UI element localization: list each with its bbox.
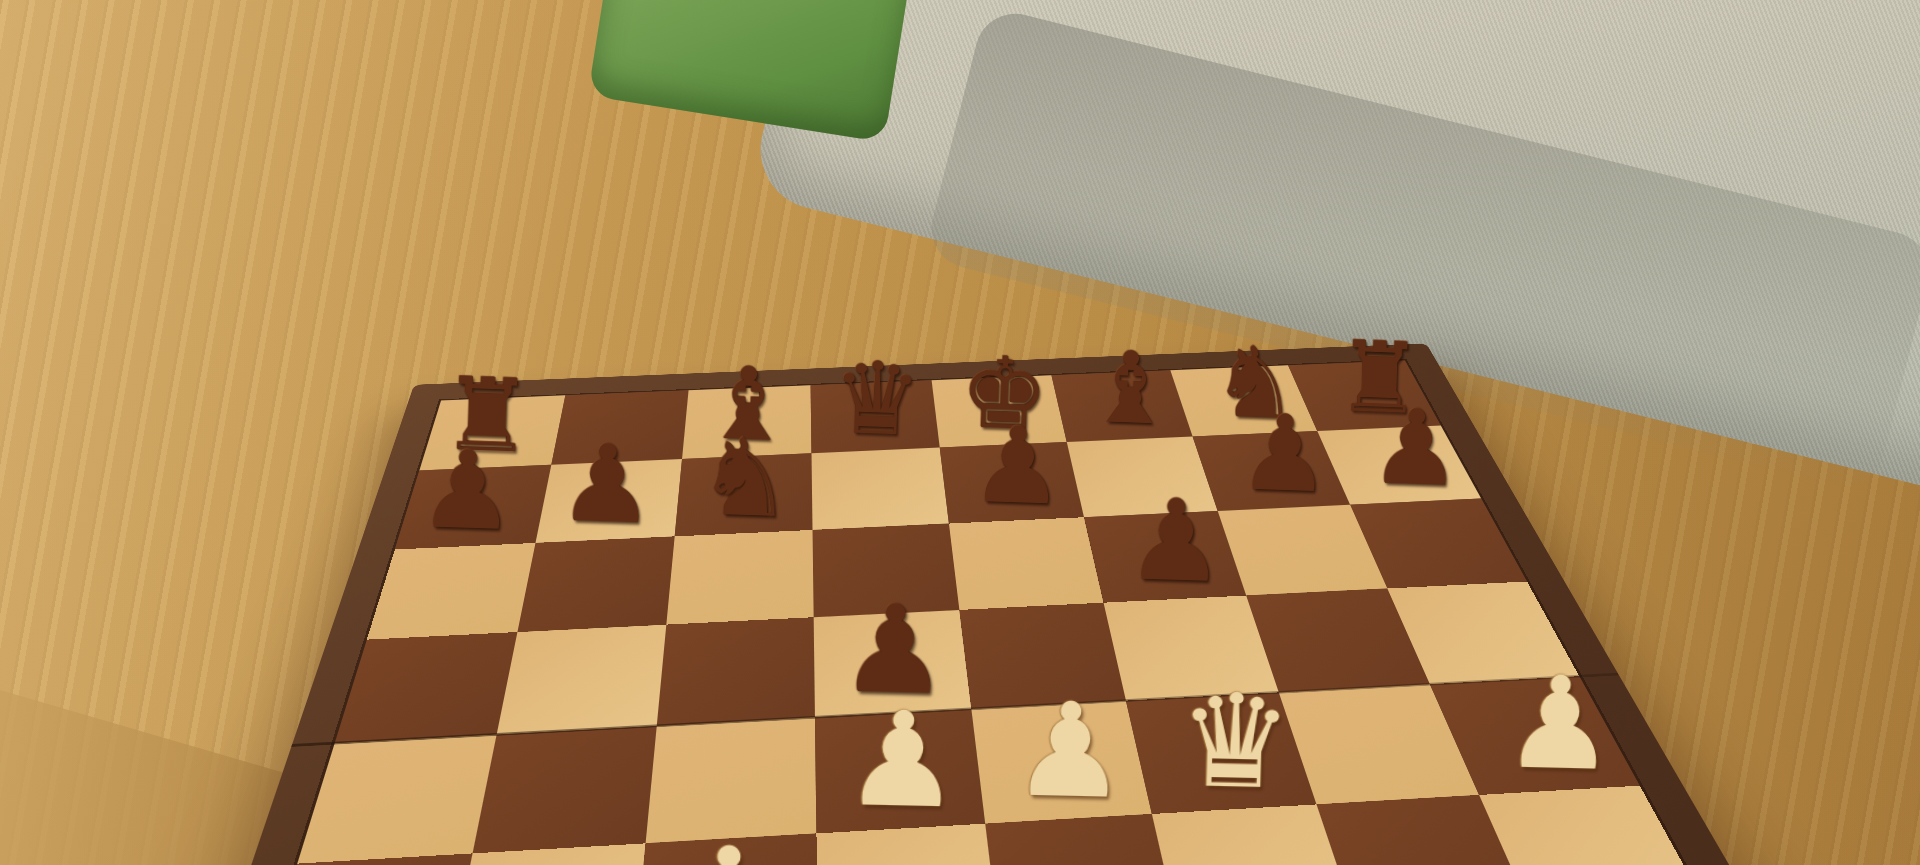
square-d7[interactable] bbox=[812, 448, 949, 530]
square-f4[interactable]: ♛ bbox=[1126, 692, 1317, 814]
piece-white-queen-f4[interactable]: ♛ bbox=[1147, 674, 1324, 807]
square-f6[interactable]: ♟ bbox=[1084, 511, 1246, 603]
square-e7[interactable]: ♟ bbox=[940, 442, 1084, 524]
square-d8[interactable]: ♛ bbox=[811, 380, 940, 453]
piece-white-pawn-e4[interactable]: ♟ bbox=[980, 683, 1159, 817]
square-c7[interactable]: ♞ bbox=[675, 453, 813, 536]
chess-board-area: ♜♝♛♚♝♞♜♟♟♞♟♟♟♟♟♟♟♛♟♟♟♝♟♜♞♚♝♞♜ bbox=[205, 10, 1715, 865]
square-b4[interactable] bbox=[473, 726, 657, 854]
piece-white-pawn-c3[interactable]: ♟ bbox=[628, 826, 827, 865]
square-h4[interactable]: ♟ bbox=[1430, 676, 1640, 795]
square-b6[interactable] bbox=[517, 536, 674, 632]
square-b7[interactable]: ♟ bbox=[535, 459, 682, 543]
chess-board: ♜♝♛♚♝♞♜♟♟♞♟♟♟♟♟♟♟♛♟♟♟♝♟♜♞♚♝♞♜ bbox=[137, 361, 1894, 865]
piece-black-pawn-h7[interactable]: ♟ bbox=[1346, 393, 1487, 501]
square-a4[interactable] bbox=[297, 734, 496, 863]
square-c6[interactable] bbox=[666, 530, 813, 625]
piece-black-pawn-f6[interactable]: ♟ bbox=[1099, 483, 1252, 599]
piece-black-pawn-b7[interactable]: ♟ bbox=[532, 428, 682, 540]
square-a7[interactable]: ♟ bbox=[395, 465, 552, 550]
square-b5[interactable] bbox=[497, 625, 667, 735]
board-walnut-frame: ♜♝♛♚♝♞♜♟♟♞♟♟♟♟♟♟♟♛♟♟♟♝♟♜♞♚♝♞♜ bbox=[54, 343, 1920, 865]
piece-black-pawn-e7[interactable]: ♟ bbox=[945, 411, 1090, 521]
piece-white-pawn-h4[interactable]: ♟ bbox=[1473, 657, 1645, 789]
square-d4[interactable]: ♟ bbox=[815, 709, 985, 833]
square-e4[interactable]: ♟ bbox=[971, 701, 1152, 824]
piece-white-pawn-d4[interactable]: ♟ bbox=[812, 692, 993, 827]
piece-black-pawn-a7[interactable]: ♟ bbox=[392, 434, 543, 546]
square-a5[interactable] bbox=[335, 632, 518, 743]
square-a6[interactable] bbox=[367, 543, 536, 640]
square-h3[interactable] bbox=[1479, 786, 1710, 865]
photo-scene: ♜♝♛♚♝♞♜♟♟♞♟♟♟♟♟♟♟♛♟♟♟♝♟♜♞♚♝♞♜ bbox=[0, 0, 1920, 865]
square-c3[interactable]: ♟ bbox=[633, 833, 819, 865]
piece-black-knight-c7[interactable]: ♞ bbox=[671, 422, 819, 533]
square-c5[interactable] bbox=[657, 617, 815, 726]
piece-black-queen-d8[interactable]: ♛ bbox=[808, 347, 946, 451]
